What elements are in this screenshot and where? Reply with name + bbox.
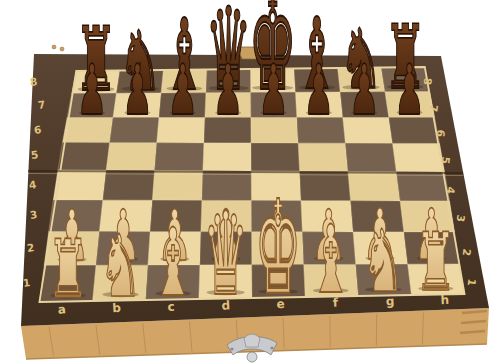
piece-black-pawn-e7: ♟ — [258, 49, 288, 130]
rank-label-right-6: 6 — [435, 129, 448, 138]
rank-label-right-5: 5 — [440, 156, 453, 165]
rank-label-right-2: 2 — [461, 248, 474, 257]
piece-white-knight-g1: ♞ — [362, 210, 405, 310]
piece-white-rook-a1: ♜ — [47, 222, 88, 315]
piece-white-king-e1: ♚ — [255, 172, 302, 323]
piece-black-pawn-b7: ♟ — [122, 49, 152, 130]
rank-label-right-7: 7 — [428, 104, 441, 113]
rank-label-right-3: 3 — [455, 214, 468, 223]
hinge-screw — [60, 47, 64, 51]
piece-black-pawn-c7: ♟ — [167, 49, 197, 130]
clasp-screw — [270, 346, 273, 349]
clasp-hump — [244, 334, 260, 347]
piece-white-bishop-f1: ♝ — [310, 204, 352, 314]
piece-black-pawn-g7: ♟ — [349, 49, 379, 130]
piece-black-pawn-f7: ♟ — [304, 49, 334, 130]
square-c5 — [155, 143, 204, 171]
piece-white-queen-d1: ♛ — [203, 187, 248, 321]
chess-set-photo: abcdefgh8765432187654321♜♞♝♛♚♝♞♜♟♟♟♟♟♟♟♟… — [0, 0, 500, 364]
square-a5 — [58, 143, 110, 171]
square-b5 — [106, 143, 157, 171]
piece-white-bishop-c1: ♝ — [152, 207, 194, 317]
piece-black-pawn-h7: ♟ — [394, 49, 424, 130]
chess-board: abcdefgh8765432187654321♜♞♝♛♚♝♞♜♟♟♟♟♟♟♟♟… — [0, 0, 500, 364]
piece-white-knight-b1: ♞ — [99, 215, 142, 315]
square-f5 — [298, 143, 348, 171]
square-h5 — [393, 143, 445, 172]
clasp-screw — [230, 347, 233, 350]
hinge-screw — [52, 45, 56, 49]
square-d5 — [203, 143, 251, 171]
clasp-ball — [247, 352, 257, 362]
piece-black-pawn-a7: ♟ — [77, 49, 107, 130]
piece-white-rook-h1: ♜ — [415, 215, 456, 308]
square-g5 — [345, 143, 396, 172]
square-e5 — [251, 143, 300, 171]
piece-black-pawn-d7: ♟ — [213, 49, 243, 130]
rank-label-right-1: 1 — [466, 278, 479, 287]
